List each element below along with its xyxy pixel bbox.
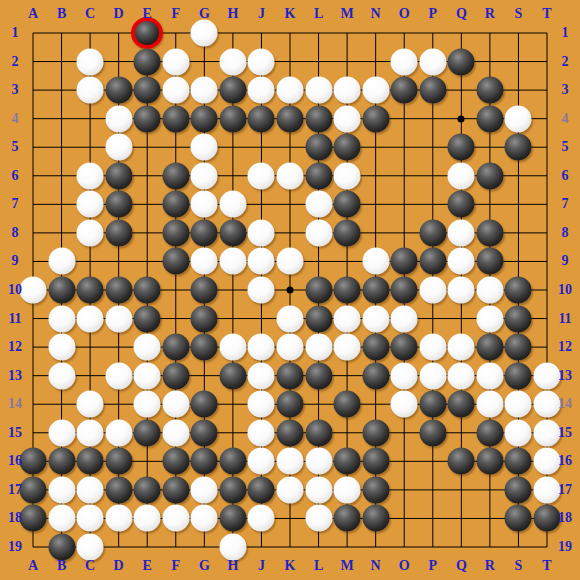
black-stone-O10[interactable]: [391, 277, 418, 304]
white-stone-G6[interactable]: [191, 162, 218, 189]
col-label-bottom-L: L: [314, 559, 323, 573]
black-stone-F6[interactable]: [162, 162, 189, 189]
black-stone-D10[interactable]: [105, 277, 132, 304]
row-label-right-1: 1: [562, 26, 569, 40]
white-stone-C14[interactable]: [77, 391, 104, 418]
white-stone-S14[interactable]: [505, 391, 532, 418]
white-stone-J13[interactable]: [248, 362, 275, 389]
black-stone-N17[interactable]: [362, 476, 389, 503]
white-stone-J3[interactable]: [248, 77, 275, 104]
white-stone-F14[interactable]: [162, 391, 189, 418]
black-stone-D7[interactable]: [105, 191, 132, 218]
black-stone-G4[interactable]: [191, 105, 218, 132]
black-stone-M10[interactable]: [334, 277, 361, 304]
white-stone-T14[interactable]: [534, 391, 561, 418]
row-label-left-14: 14: [8, 397, 22, 411]
white-stone-D11[interactable]: [105, 305, 132, 332]
row-label-right-5: 5: [562, 140, 569, 154]
black-stone-E17[interactable]: [134, 476, 161, 503]
black-stone-H8[interactable]: [219, 219, 246, 246]
white-stone-C7[interactable]: [77, 191, 104, 218]
col-label-bottom-Q: Q: [456, 559, 467, 573]
white-stone-M4[interactable]: [334, 105, 361, 132]
col-label-bottom-B: B: [57, 559, 66, 573]
black-stone-S13[interactable]: [505, 362, 532, 389]
col-label-bottom-F: F: [171, 559, 180, 573]
white-stone-P2[interactable]: [419, 48, 446, 75]
row-label-left-16: 16: [8, 454, 22, 468]
white-stone-C3[interactable]: [77, 77, 104, 104]
col-label-top-C: C: [85, 7, 95, 21]
black-stone-R12[interactable]: [476, 334, 503, 361]
col-label-top-J: J: [258, 7, 265, 21]
white-stone-O2[interactable]: [391, 48, 418, 75]
black-stone-R9[interactable]: [476, 248, 503, 275]
black-stone-G14[interactable]: [191, 391, 218, 418]
white-stone-M3[interactable]: [334, 77, 361, 104]
white-stone-B15[interactable]: [48, 419, 75, 446]
white-stone-J16[interactable]: [248, 448, 275, 475]
col-label-top-S: S: [515, 7, 523, 21]
col-label-top-A: A: [28, 7, 38, 21]
black-stone-F13[interactable]: [162, 362, 189, 389]
row-label-right-6: 6: [562, 169, 569, 183]
row-label-left-15: 15: [8, 426, 22, 440]
black-stone-M18[interactable]: [334, 505, 361, 532]
black-stone-B10[interactable]: [48, 277, 75, 304]
black-stone-Q14[interactable]: [448, 391, 475, 418]
black-stone-P8[interactable]: [419, 219, 446, 246]
black-stone-G15[interactable]: [191, 419, 218, 446]
white-stone-B9[interactable]: [48, 248, 75, 275]
white-stone-Q8[interactable]: [448, 219, 475, 246]
black-stone-G10[interactable]: [191, 277, 218, 304]
col-label-bottom-G: G: [199, 559, 210, 573]
col-label-bottom-P: P: [428, 559, 437, 573]
white-stone-R14[interactable]: [476, 391, 503, 418]
black-stone-E2[interactable]: [134, 48, 161, 75]
black-stone-E4[interactable]: [134, 105, 161, 132]
black-stone-M14[interactable]: [334, 391, 361, 418]
black-stone-E10[interactable]: [134, 277, 161, 304]
white-stone-H19[interactable]: [219, 534, 246, 561]
black-stone-Q7[interactable]: [448, 191, 475, 218]
black-stone-F8[interactable]: [162, 219, 189, 246]
black-stone-K14[interactable]: [277, 391, 304, 418]
black-stone-S12[interactable]: [505, 334, 532, 361]
white-stone-J14[interactable]: [248, 391, 275, 418]
white-stone-G1[interactable]: [191, 20, 218, 47]
white-stone-J12[interactable]: [248, 334, 275, 361]
white-stone-E12[interactable]: [134, 334, 161, 361]
black-stone-N12[interactable]: [362, 334, 389, 361]
white-stone-J9[interactable]: [248, 248, 275, 275]
black-stone-N18[interactable]: [362, 505, 389, 532]
white-stone-R13[interactable]: [476, 362, 503, 389]
white-stone-E18[interactable]: [134, 505, 161, 532]
row-label-right-8: 8: [562, 226, 569, 240]
row-label-left-1: 1: [12, 26, 19, 40]
white-stone-E14[interactable]: [134, 391, 161, 418]
black-stone-L5[interactable]: [305, 134, 332, 161]
white-stone-C15[interactable]: [77, 419, 104, 446]
white-stone-C8[interactable]: [77, 219, 104, 246]
row-label-right-14: 14: [558, 397, 572, 411]
white-stone-L3[interactable]: [305, 77, 332, 104]
col-label-top-M: M: [341, 7, 354, 21]
white-stone-K6[interactable]: [277, 162, 304, 189]
white-stone-S4[interactable]: [505, 105, 532, 132]
black-stone-P9[interactable]: [419, 248, 446, 275]
white-stone-Q13[interactable]: [448, 362, 475, 389]
white-stone-B18[interactable]: [48, 505, 75, 532]
col-label-top-O: O: [399, 7, 410, 21]
white-stone-H12[interactable]: [219, 334, 246, 361]
white-stone-B13[interactable]: [48, 362, 75, 389]
white-stone-M12[interactable]: [334, 334, 361, 361]
white-stone-P10[interactable]: [419, 277, 446, 304]
white-stone-N9[interactable]: [362, 248, 389, 275]
black-stone-A18[interactable]: [20, 505, 47, 532]
col-label-bottom-A: A: [28, 559, 38, 573]
white-stone-D13[interactable]: [105, 362, 132, 389]
black-stone-S11[interactable]: [505, 305, 532, 332]
go-board-screenshot: AABBCCDDEEFFGGHHJJKKLLMMNNOOPPQQRRSSTT11…: [0, 0, 580, 580]
row-label-left-10: 10: [8, 283, 22, 297]
white-stone-R10[interactable]: [476, 277, 503, 304]
black-stone-T18[interactable]: [534, 505, 561, 532]
black-stone-N13[interactable]: [362, 362, 389, 389]
white-stone-K3[interactable]: [277, 77, 304, 104]
black-stone-D6[interactable]: [105, 162, 132, 189]
row-label-right-18: 18: [558, 511, 572, 525]
white-stone-C18[interactable]: [77, 505, 104, 532]
white-stone-G17[interactable]: [191, 476, 218, 503]
row-label-right-10: 10: [558, 283, 572, 297]
black-stone-O12[interactable]: [391, 334, 418, 361]
black-stone-Q2[interactable]: [448, 48, 475, 75]
black-stone-E3[interactable]: [134, 77, 161, 104]
white-stone-T17[interactable]: [534, 476, 561, 503]
white-stone-H2[interactable]: [219, 48, 246, 75]
black-stone-L6[interactable]: [305, 162, 332, 189]
star-point-Q4: [458, 115, 465, 122]
white-stone-H7[interactable]: [219, 191, 246, 218]
black-stone-M7[interactable]: [334, 191, 361, 218]
white-stone-J15[interactable]: [248, 419, 275, 446]
black-stone-D17[interactable]: [105, 476, 132, 503]
black-stone-F7[interactable]: [162, 191, 189, 218]
black-stone-F17[interactable]: [162, 476, 189, 503]
white-stone-T16[interactable]: [534, 448, 561, 475]
white-stone-K12[interactable]: [277, 334, 304, 361]
white-stone-D4[interactable]: [105, 105, 132, 132]
col-label-bottom-K: K: [285, 559, 296, 573]
col-label-top-T: T: [542, 7, 551, 21]
white-stone-T15[interactable]: [534, 419, 561, 446]
black-stone-S18[interactable]: [505, 505, 532, 532]
white-stone-B11[interactable]: [48, 305, 75, 332]
black-stone-R6[interactable]: [476, 162, 503, 189]
col-label-top-R: R: [485, 7, 495, 21]
black-stone-R3[interactable]: [476, 77, 503, 104]
row-label-left-6: 6: [12, 169, 19, 183]
row-label-left-8: 8: [12, 226, 19, 240]
row-label-left-9: 9: [12, 254, 19, 268]
col-label-top-D: D: [114, 7, 124, 21]
white-stone-A10[interactable]: [20, 277, 47, 304]
col-label-bottom-R: R: [485, 559, 495, 573]
col-label-top-K: K: [285, 7, 296, 21]
black-stone-D3[interactable]: [105, 77, 132, 104]
black-stone-N10[interactable]: [362, 277, 389, 304]
black-stone-M5[interactable]: [334, 134, 361, 161]
black-stone-R4[interactable]: [476, 105, 503, 132]
row-label-right-17: 17: [558, 483, 572, 497]
black-stone-G8[interactable]: [191, 219, 218, 246]
black-stone-A17[interactable]: [20, 476, 47, 503]
black-stone-M16[interactable]: [334, 448, 361, 475]
white-stone-L8[interactable]: [305, 219, 332, 246]
white-stone-D15[interactable]: [105, 419, 132, 446]
col-label-bottom-E: E: [143, 559, 152, 573]
black-stone-K15[interactable]: [277, 419, 304, 446]
white-stone-O11[interactable]: [391, 305, 418, 332]
white-stone-Q12[interactable]: [448, 334, 475, 361]
row-label-left-18: 18: [8, 511, 22, 525]
col-label-bottom-T: T: [542, 559, 551, 573]
white-stone-F3[interactable]: [162, 77, 189, 104]
black-stone-P15[interactable]: [419, 419, 446, 446]
white-stone-M6[interactable]: [334, 162, 361, 189]
col-label-top-E: E: [143, 7, 152, 21]
black-stone-B19[interactable]: [48, 534, 75, 561]
black-stone-O3[interactable]: [391, 77, 418, 104]
col-label-top-L: L: [314, 7, 323, 21]
white-stone-J18[interactable]: [248, 505, 275, 532]
row-label-left-7: 7: [12, 197, 19, 211]
col-label-bottom-M: M: [341, 559, 354, 573]
row-label-right-11: 11: [558, 312, 571, 326]
col-label-top-H: H: [227, 7, 238, 21]
black-stone-K13[interactable]: [277, 362, 304, 389]
black-stone-E11[interactable]: [134, 305, 161, 332]
black-stone-F9[interactable]: [162, 248, 189, 275]
black-stone-R8[interactable]: [476, 219, 503, 246]
black-stone-C16[interactable]: [77, 448, 104, 475]
black-stone-N4[interactable]: [362, 105, 389, 132]
col-label-top-N: N: [371, 7, 381, 21]
white-stone-F2[interactable]: [162, 48, 189, 75]
row-label-right-7: 7: [562, 197, 569, 211]
black-stone-M8[interactable]: [334, 219, 361, 246]
white-stone-J10[interactable]: [248, 277, 275, 304]
white-stone-O13[interactable]: [391, 362, 418, 389]
black-stone-H18[interactable]: [219, 505, 246, 532]
white-stone-L16[interactable]: [305, 448, 332, 475]
black-stone-E15[interactable]: [134, 419, 161, 446]
black-stone-L15[interactable]: [305, 419, 332, 446]
white-stone-N11[interactable]: [362, 305, 389, 332]
white-stone-J6[interactable]: [248, 162, 275, 189]
col-label-bottom-D: D: [114, 559, 124, 573]
black-stone-Q16[interactable]: [448, 448, 475, 475]
row-label-left-13: 13: [8, 369, 22, 383]
white-stone-G18[interactable]: [191, 505, 218, 532]
row-label-left-19: 19: [8, 540, 22, 554]
white-stone-G7[interactable]: [191, 191, 218, 218]
row-label-left-11: 11: [8, 312, 21, 326]
row-label-left-5: 5: [12, 140, 19, 154]
white-stone-C19[interactable]: [77, 534, 104, 561]
black-stone-S5[interactable]: [505, 134, 532, 161]
black-stone-Q5[interactable]: [448, 134, 475, 161]
white-stone-B17[interactable]: [48, 476, 75, 503]
black-stone-B16[interactable]: [48, 448, 75, 475]
black-stone-H16[interactable]: [219, 448, 246, 475]
white-stone-C2[interactable]: [77, 48, 104, 75]
black-stone-L10[interactable]: [305, 277, 332, 304]
white-stone-J8[interactable]: [248, 219, 275, 246]
black-stone-S17[interactable]: [505, 476, 532, 503]
col-label-top-Q: Q: [456, 7, 467, 21]
white-stone-T13[interactable]: [534, 362, 561, 389]
row-label-right-19: 19: [558, 540, 572, 554]
white-stone-Q10[interactable]: [448, 277, 475, 304]
white-stone-Q6[interactable]: [448, 162, 475, 189]
row-label-right-3: 3: [562, 83, 569, 97]
white-stone-K9[interactable]: [277, 248, 304, 275]
white-stone-G9[interactable]: [191, 248, 218, 275]
white-stone-D18[interactable]: [105, 505, 132, 532]
black-stone-S10[interactable]: [505, 277, 532, 304]
white-stone-L12[interactable]: [305, 334, 332, 361]
col-label-bottom-O: O: [399, 559, 410, 573]
row-label-right-9: 9: [562, 254, 569, 268]
row-label-right-16: 16: [558, 454, 572, 468]
row-label-right-4: 4: [562, 112, 569, 126]
white-stone-F18[interactable]: [162, 505, 189, 532]
black-stone-G12[interactable]: [191, 334, 218, 361]
white-stone-M17[interactable]: [334, 476, 361, 503]
row-label-right-13: 13: [558, 369, 572, 383]
col-label-top-F: F: [171, 7, 180, 21]
black-stone-H3[interactable]: [219, 77, 246, 104]
black-stone-H4[interactable]: [219, 105, 246, 132]
black-stone-H17[interactable]: [219, 476, 246, 503]
col-label-bottom-H: H: [227, 559, 238, 573]
white-stone-H9[interactable]: [219, 248, 246, 275]
white-stone-P13[interactable]: [419, 362, 446, 389]
black-stone-P14[interactable]: [419, 391, 446, 418]
row-label-left-2: 2: [12, 55, 19, 69]
white-stone-M11[interactable]: [334, 305, 361, 332]
white-stone-C17[interactable]: [77, 476, 104, 503]
col-label-bottom-S: S: [515, 559, 523, 573]
black-stone-E1-last-move[interactable]: [131, 17, 163, 49]
black-stone-F12[interactable]: [162, 334, 189, 361]
col-label-bottom-C: C: [85, 559, 95, 573]
black-stone-J17[interactable]: [248, 476, 275, 503]
black-stone-D16[interactable]: [105, 448, 132, 475]
black-stone-O9[interactable]: [391, 248, 418, 275]
row-label-right-2: 2: [562, 55, 569, 69]
white-stone-R11[interactable]: [476, 305, 503, 332]
black-stone-G11[interactable]: [191, 305, 218, 332]
white-stone-P12[interactable]: [419, 334, 446, 361]
col-label-top-P: P: [428, 7, 437, 21]
col-label-bottom-J: J: [258, 559, 265, 573]
white-stone-E13[interactable]: [134, 362, 161, 389]
row-label-left-4: 4: [12, 112, 19, 126]
white-stone-G3[interactable]: [191, 77, 218, 104]
black-stone-G16[interactable]: [191, 448, 218, 475]
row-label-left-17: 17: [8, 483, 22, 497]
row-label-left-12: 12: [8, 340, 22, 354]
black-stone-D8[interactable]: [105, 219, 132, 246]
white-stone-N3[interactable]: [362, 77, 389, 104]
black-stone-S16[interactable]: [505, 448, 532, 475]
white-stone-S15[interactable]: [505, 419, 532, 446]
white-stone-B12[interactable]: [48, 334, 75, 361]
black-stone-H13[interactable]: [219, 362, 246, 389]
white-stone-G5[interactable]: [191, 134, 218, 161]
white-stone-Q9[interactable]: [448, 248, 475, 275]
black-stone-A16[interactable]: [20, 448, 47, 475]
col-label-bottom-N: N: [371, 559, 381, 573]
row-label-right-15: 15: [558, 426, 572, 440]
white-stone-K11[interactable]: [277, 305, 304, 332]
black-stone-R16[interactable]: [476, 448, 503, 475]
white-stone-L17[interactable]: [305, 476, 332, 503]
white-stone-F15[interactable]: [162, 419, 189, 446]
white-stone-L18[interactable]: [305, 505, 332, 532]
black-stone-C10[interactable]: [77, 277, 104, 304]
row-label-left-3: 3: [12, 83, 19, 97]
black-stone-N15[interactable]: [362, 419, 389, 446]
black-stone-K4[interactable]: [277, 105, 304, 132]
white-stone-K16[interactable]: [277, 448, 304, 475]
white-stone-O14[interactable]: [391, 391, 418, 418]
black-stone-L11[interactable]: [305, 305, 332, 332]
star-point-K10: [287, 287, 294, 294]
white-stone-L7[interactable]: [305, 191, 332, 218]
row-label-right-12: 12: [558, 340, 572, 354]
black-stone-F4[interactable]: [162, 105, 189, 132]
black-stone-R15[interactable]: [476, 419, 503, 446]
white-stone-J2[interactable]: [248, 48, 275, 75]
white-stone-D5[interactable]: [105, 134, 132, 161]
black-stone-J4[interactable]: [248, 105, 275, 132]
black-stone-F16[interactable]: [162, 448, 189, 475]
black-stone-L13[interactable]: [305, 362, 332, 389]
white-stone-C11[interactable]: [77, 305, 104, 332]
black-stone-L4[interactable]: [305, 105, 332, 132]
black-stone-P3[interactable]: [419, 77, 446, 104]
col-label-top-G: G: [199, 7, 210, 21]
white-stone-C6[interactable]: [77, 162, 104, 189]
col-label-top-B: B: [57, 7, 66, 21]
black-stone-N16[interactable]: [362, 448, 389, 475]
white-stone-K17[interactable]: [277, 476, 304, 503]
